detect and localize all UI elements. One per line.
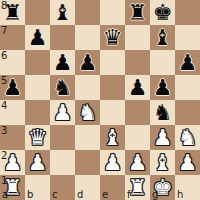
piece-black-pawn[interactable]: ♟ <box>0 75 25 100</box>
rank-label-3: 3 <box>1 126 7 136</box>
square-h7[interactable] <box>175 25 200 50</box>
square-c5[interactable]: ♞ <box>50 75 75 100</box>
square-d6[interactable]: ♟ <box>75 50 100 75</box>
square-a7[interactable]: 7 <box>0 25 25 50</box>
square-b1[interactable]: b <box>25 175 50 200</box>
piece-black-knight[interactable]: ♞ <box>50 75 75 100</box>
piece-black-rook[interactable]: ♜ <box>0 0 25 25</box>
square-c3[interactable] <box>50 125 75 150</box>
square-a6[interactable]: 6 <box>0 50 25 75</box>
square-f3[interactable] <box>125 125 150 150</box>
piece-white-knight[interactable]: ♞ <box>75 100 100 125</box>
square-d4[interactable]: ♞ <box>75 100 100 125</box>
square-e8[interactable] <box>100 0 125 25</box>
square-d1[interactable]: d <box>75 175 100 200</box>
square-c8[interactable]: ♝ <box>50 0 75 25</box>
piece-white-rook[interactable]: ♜ <box>125 175 150 200</box>
square-g7[interactable]: ♝ <box>150 25 175 50</box>
square-g1[interactable]: g♚ <box>150 175 175 200</box>
square-h2[interactable]: ♟ <box>175 150 200 175</box>
piece-white-rook[interactable]: ♜ <box>0 175 25 200</box>
square-h4[interactable] <box>175 100 200 125</box>
piece-black-king[interactable]: ♚ <box>150 0 175 25</box>
square-e3[interactable]: ♝ <box>100 125 125 150</box>
square-h1[interactable]: h <box>175 175 200 200</box>
piece-white-pawn[interactable]: ♟ <box>125 150 150 175</box>
piece-black-pawn[interactable]: ♟ <box>150 75 175 100</box>
piece-black-pawn[interactable]: ♟ <box>25 25 50 50</box>
square-g5[interactable]: ♟ <box>150 75 175 100</box>
square-f1[interactable]: f♜ <box>125 175 150 200</box>
file-label-h: h <box>177 190 183 200</box>
piece-white-pawn[interactable]: ♟ <box>150 125 175 150</box>
square-a4[interactable]: 4 <box>0 100 25 125</box>
file-label-b: b <box>27 190 33 200</box>
chess-board: 8♜♝♜♚7♟♛♝6♟♟♟5♟♞♟♟4♟♞♞3♛♝♟♞2♟♟♟♟♝♟1a♜bcd… <box>0 0 200 200</box>
square-h3[interactable]: ♞ <box>175 125 200 150</box>
square-g2[interactable]: ♝ <box>150 150 175 175</box>
square-b3[interactable]: ♛ <box>25 125 50 150</box>
piece-white-pawn[interactable]: ♟ <box>25 150 50 175</box>
square-a5[interactable]: 5♟ <box>0 75 25 100</box>
piece-white-king[interactable]: ♚ <box>150 175 175 200</box>
piece-white-queen[interactable]: ♛ <box>25 125 50 150</box>
square-b7[interactable]: ♟ <box>25 25 50 50</box>
square-d5[interactable] <box>75 75 100 100</box>
square-g6[interactable] <box>150 50 175 75</box>
file-label-e: e <box>102 190 108 200</box>
square-a8[interactable]: 8♜ <box>0 0 25 25</box>
square-e7[interactable]: ♛ <box>100 25 125 50</box>
piece-white-pawn[interactable]: ♟ <box>50 100 75 125</box>
square-c2[interactable] <box>50 150 75 175</box>
piece-black-pawn[interactable]: ♟ <box>50 50 75 75</box>
square-e1[interactable]: e <box>100 175 125 200</box>
piece-white-pawn[interactable]: ♟ <box>175 150 200 175</box>
piece-white-pawn[interactable]: ♟ <box>100 150 125 175</box>
piece-black-queen[interactable]: ♛ <box>100 25 125 50</box>
square-a3[interactable]: 3 <box>0 125 25 150</box>
square-b6[interactable] <box>25 50 50 75</box>
file-label-d: d <box>77 190 83 200</box>
file-label-c: c <box>52 190 58 200</box>
piece-white-bishop[interactable]: ♝ <box>150 150 175 175</box>
square-a1[interactable]: 1a♜ <box>0 175 25 200</box>
square-f4[interactable] <box>125 100 150 125</box>
square-e6[interactable] <box>100 50 125 75</box>
piece-black-bishop[interactable]: ♝ <box>150 25 175 50</box>
piece-black-pawn[interactable]: ♟ <box>125 75 150 100</box>
square-e4[interactable] <box>100 100 125 125</box>
square-g8[interactable]: ♚ <box>150 0 175 25</box>
piece-black-bishop[interactable]: ♝ <box>50 0 75 25</box>
piece-black-pawn[interactable]: ♟ <box>75 50 100 75</box>
square-f5[interactable]: ♟ <box>125 75 150 100</box>
square-e5[interactable] <box>100 75 125 100</box>
square-c1[interactable]: c <box>50 175 75 200</box>
square-a2[interactable]: 2♟ <box>0 150 25 175</box>
rank-label-4: 4 <box>1 101 7 111</box>
square-h8[interactable] <box>175 0 200 25</box>
square-e2[interactable]: ♟ <box>100 150 125 175</box>
square-h6[interactable]: ♟ <box>175 50 200 75</box>
rank-label-6: 6 <box>1 51 7 61</box>
piece-white-knight[interactable]: ♞ <box>175 125 200 150</box>
square-d8[interactable] <box>75 0 100 25</box>
rank-label-7: 7 <box>1 26 7 36</box>
square-b4[interactable] <box>25 100 50 125</box>
square-c4[interactable]: ♟ <box>50 100 75 125</box>
square-c7[interactable] <box>50 25 75 50</box>
square-f6[interactable] <box>125 50 150 75</box>
square-f2[interactable]: ♟ <box>125 150 150 175</box>
square-b8[interactable] <box>25 0 50 25</box>
piece-black-knight[interactable]: ♞ <box>150 100 175 125</box>
square-c6[interactable]: ♟ <box>50 50 75 75</box>
square-b5[interactable] <box>25 75 50 100</box>
square-h5[interactable] <box>175 75 200 100</box>
square-g3[interactable]: ♟ <box>150 125 175 150</box>
piece-black-rook[interactable]: ♜ <box>125 0 150 25</box>
piece-white-pawn[interactable]: ♟ <box>0 150 25 175</box>
square-f7[interactable] <box>125 25 150 50</box>
square-d2[interactable] <box>75 150 100 175</box>
square-b2[interactable]: ♟ <box>25 150 50 175</box>
square-g4[interactable]: ♞ <box>150 100 175 125</box>
piece-black-pawn[interactable]: ♟ <box>175 50 200 75</box>
piece-white-bishop[interactable]: ♝ <box>100 125 125 150</box>
square-f8[interactable]: ♜ <box>125 0 150 25</box>
square-d3[interactable] <box>75 125 100 150</box>
square-d7[interactable] <box>75 25 100 50</box>
